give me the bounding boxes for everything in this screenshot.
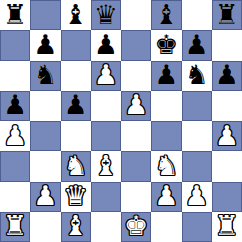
square-f7[interactable]: ♚ (151, 30, 181, 60)
square-b4[interactable] (30, 121, 60, 151)
square-e8[interactable] (121, 0, 151, 30)
square-c4[interactable] (61, 121, 91, 151)
square-f5[interactable] (151, 91, 181, 121)
piece-black-bishop[interactable]: ♝ (64, 1, 88, 28)
square-g6[interactable]: ♞ (182, 61, 212, 91)
chess-board: ♜♝♛♝♜♟♟♚♟♞♟♟♞♟♟♟♟♟♟♞♝♞♟♛♟♟♜♝♚♜ (0, 0, 242, 242)
square-b7[interactable]: ♟ (30, 30, 60, 60)
square-b8[interactable] (30, 0, 60, 30)
square-e4[interactable] (121, 121, 151, 151)
piece-black-queen[interactable]: ♛ (94, 1, 118, 28)
square-g7[interactable]: ♟ (182, 30, 212, 60)
square-c6[interactable] (61, 61, 91, 91)
square-f3[interactable]: ♞ (151, 151, 181, 181)
piece-white-bishop[interactable]: ♝ (64, 212, 88, 239)
square-c1[interactable]: ♝ (61, 212, 91, 242)
piece-black-pawn[interactable]: ♟ (154, 61, 178, 88)
square-e2[interactable] (121, 182, 151, 212)
square-h4[interactable]: ♟ (212, 121, 242, 151)
square-d5[interactable] (91, 91, 121, 121)
square-g2[interactable]: ♟ (182, 182, 212, 212)
square-c5[interactable]: ♟ (61, 91, 91, 121)
square-f2[interactable]: ♟ (151, 182, 181, 212)
piece-white-pawn[interactable]: ♟ (33, 182, 57, 209)
square-a8[interactable]: ♜ (0, 0, 30, 30)
piece-white-pawn[interactable]: ♟ (94, 61, 118, 88)
piece-black-knight[interactable]: ♞ (185, 61, 209, 88)
piece-white-knight[interactable]: ♞ (154, 152, 178, 179)
piece-black-pawn[interactable]: ♟ (215, 61, 239, 88)
square-e3[interactable] (121, 151, 151, 181)
piece-white-pawn[interactable]: ♟ (185, 182, 209, 209)
square-a1[interactable]: ♜ (0, 212, 30, 242)
square-d1[interactable] (91, 212, 121, 242)
square-e1[interactable]: ♚ (121, 212, 151, 242)
square-e5[interactable]: ♟ (121, 91, 151, 121)
square-c2[interactable]: ♛ (61, 182, 91, 212)
square-d3[interactable]: ♝ (91, 151, 121, 181)
square-b5[interactable] (30, 91, 60, 121)
square-h5[interactable] (212, 91, 242, 121)
square-g3[interactable] (182, 151, 212, 181)
piece-black-king[interactable]: ♚ (154, 31, 178, 58)
square-c8[interactable]: ♝ (61, 0, 91, 30)
piece-black-pawn[interactable]: ♟ (3, 91, 27, 118)
square-a2[interactable] (0, 182, 30, 212)
square-a6[interactable] (0, 61, 30, 91)
square-g5[interactable] (182, 91, 212, 121)
piece-white-queen[interactable]: ♛ (64, 182, 88, 209)
piece-black-pawn[interactable]: ♟ (94, 31, 118, 58)
piece-white-pawn[interactable]: ♟ (124, 91, 148, 118)
piece-black-bishop[interactable]: ♝ (154, 1, 178, 28)
square-g4[interactable] (182, 121, 212, 151)
square-a4[interactable]: ♟ (0, 121, 30, 151)
square-g8[interactable] (182, 0, 212, 30)
piece-white-bishop[interactable]: ♝ (94, 152, 118, 179)
piece-white-king[interactable]: ♚ (124, 212, 148, 239)
piece-black-knight[interactable]: ♞ (33, 61, 57, 88)
piece-white-rook[interactable]: ♜ (215, 212, 239, 239)
square-d7[interactable]: ♟ (91, 30, 121, 60)
piece-white-pawn[interactable]: ♟ (154, 182, 178, 209)
piece-black-pawn[interactable]: ♟ (33, 31, 57, 58)
piece-black-rook[interactable]: ♜ (3, 1, 27, 28)
piece-white-pawn[interactable]: ♟ (215, 122, 239, 149)
square-e6[interactable] (121, 61, 151, 91)
piece-black-rook[interactable]: ♜ (215, 1, 239, 28)
square-d2[interactable] (91, 182, 121, 212)
square-b6[interactable]: ♞ (30, 61, 60, 91)
piece-white-pawn[interactable]: ♟ (3, 122, 27, 149)
square-a3[interactable] (0, 151, 30, 181)
square-h2[interactable] (212, 182, 242, 212)
piece-black-pawn[interactable]: ♟ (185, 31, 209, 58)
piece-white-knight[interactable]: ♞ (64, 152, 88, 179)
square-d8[interactable]: ♛ (91, 0, 121, 30)
square-h6[interactable]: ♟ (212, 61, 242, 91)
square-h7[interactable] (212, 30, 242, 60)
square-c3[interactable]: ♞ (61, 151, 91, 181)
square-f1[interactable] (151, 212, 181, 242)
square-d4[interactable] (91, 121, 121, 151)
square-e7[interactable] (121, 30, 151, 60)
square-h8[interactable]: ♜ (212, 0, 242, 30)
square-d6[interactable]: ♟ (91, 61, 121, 91)
square-a5[interactable]: ♟ (0, 91, 30, 121)
square-f6[interactable]: ♟ (151, 61, 181, 91)
square-a7[interactable] (0, 30, 30, 60)
piece-black-pawn[interactable]: ♟ (64, 91, 88, 118)
square-h3[interactable] (212, 151, 242, 181)
square-c7[interactable] (61, 30, 91, 60)
square-g1[interactable] (182, 212, 212, 242)
square-h1[interactable]: ♜ (212, 212, 242, 242)
square-b2[interactable]: ♟ (30, 182, 60, 212)
square-b1[interactable] (30, 212, 60, 242)
square-f4[interactable] (151, 121, 181, 151)
square-f8[interactable]: ♝ (151, 0, 181, 30)
square-b3[interactable] (30, 151, 60, 181)
piece-white-rook[interactable]: ♜ (3, 212, 27, 239)
